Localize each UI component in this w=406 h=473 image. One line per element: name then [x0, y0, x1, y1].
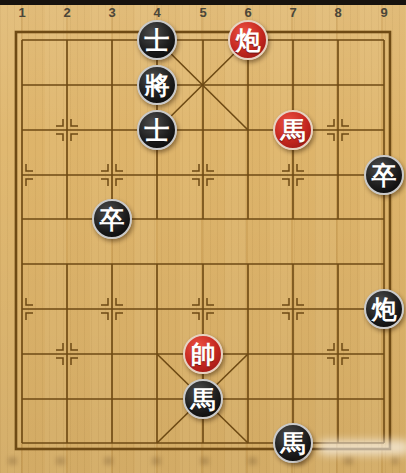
piece-glyph: 士: [145, 118, 170, 143]
piece-glyph: 將: [145, 73, 170, 98]
piece-black-soldier-2[interactable]: 卒: [92, 199, 132, 239]
piece-black-advisor-1[interactable]: 士: [137, 20, 177, 60]
piece-black-general[interactable]: 將: [137, 65, 177, 105]
xiangqi-app: 123456789 士炮將士馬卒卒炮帥馬馬: [0, 0, 406, 473]
blur-smudge: [318, 440, 406, 455]
piece-glyph: 卒: [100, 207, 125, 232]
piece-glyph: 帥: [191, 342, 216, 367]
piece-black-advisor-2[interactable]: 士: [137, 110, 177, 150]
piece-glyph: 馬: [191, 387, 216, 412]
ghost-text-row: [8, 457, 398, 465]
piece-red-horse[interactable]: 馬: [273, 110, 313, 150]
piece-glyph: 馬: [281, 431, 306, 456]
piece-glyph: 炮: [372, 297, 397, 322]
piece-glyph: 卒: [372, 163, 397, 188]
piece-glyph: 士: [145, 28, 170, 53]
piece-red-cannon[interactable]: 炮: [228, 20, 268, 60]
piece-glyph: 馬: [281, 118, 306, 143]
piece-red-general[interactable]: 帥: [183, 334, 223, 374]
piece-glyph: 炮: [236, 28, 261, 53]
piece-black-horse-1[interactable]: 馬: [183, 379, 223, 419]
piece-black-cannon[interactable]: 炮: [364, 289, 404, 329]
piece-black-soldier-1[interactable]: 卒: [364, 155, 404, 195]
